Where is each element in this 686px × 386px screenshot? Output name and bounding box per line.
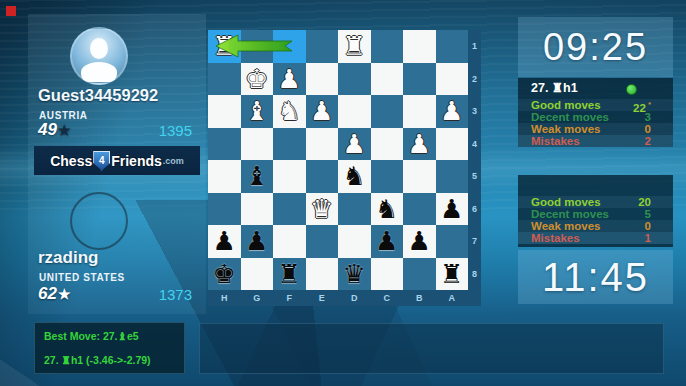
stat-value: 5 <box>617 208 651 220</box>
right-sidebar: 09:25 27. ♜h1 Good moves22*Decent moves3… <box>518 0 673 386</box>
square-e2[interactable] <box>306 63 339 96</box>
square-e1[interactable] <box>306 30 339 63</box>
square-a2[interactable] <box>436 63 469 96</box>
stat-label: Weak moves <box>518 123 617 135</box>
rank-label-5: 5 <box>468 160 481 193</box>
square-a1[interactable] <box>436 30 469 63</box>
square-f2[interactable]: ♟ <box>273 63 306 96</box>
black-Q-piece-d8: ♛ <box>338 258 371 291</box>
square-h4[interactable] <box>208 128 241 161</box>
square-c2[interactable] <box>371 63 404 96</box>
white-R-piece-h1: ♜ <box>208 30 241 63</box>
current-move-text: 27. ♜h1 <box>531 81 578 95</box>
top-player-rating: 1395 <box>120 122 192 139</box>
file-label-b: B <box>403 290 436 306</box>
black-B-piece-g5: ♝ <box>241 160 274 193</box>
top-clock: 09:25 <box>518 17 673 77</box>
square-f7[interactable] <box>273 225 306 258</box>
square-e3[interactable]: ♟ <box>306 95 339 128</box>
bottom-player-stars: 62★ <box>38 284 70 304</box>
rank-label-1: 1 <box>468 30 481 63</box>
white-R-piece-d1: ♜ <box>338 30 371 63</box>
white-P-piece-e3: ♟ <box>306 95 339 128</box>
square-d8[interactable]: ♛ <box>338 258 371 291</box>
stat-row-weak: Weak moves0 <box>518 123 673 135</box>
square-g4[interactable] <box>241 128 274 161</box>
stat-label: Good moves <box>518 99 617 111</box>
file-label-c: C <box>371 290 404 306</box>
square-g6[interactable] <box>241 193 274 226</box>
square-c8[interactable] <box>371 258 404 291</box>
square-a3[interactable]: ♟ <box>436 95 469 128</box>
square-b4[interactable]: ♟ <box>403 128 436 161</box>
avatar-top-player[interactable] <box>70 27 128 85</box>
square-a6[interactable]: ♟ <box>436 193 469 226</box>
square-h7[interactable]: ♟ <box>208 225 241 258</box>
stat-label: Decent moves <box>518 111 617 123</box>
white-P-piece-b4: ♟ <box>403 128 436 161</box>
logo-text-chess: Chess <box>50 153 92 169</box>
square-h2[interactable] <box>208 63 241 96</box>
black-N-piece-c6: ♞ <box>371 193 404 226</box>
rank-label-4: 4 <box>468 128 481 161</box>
file-label-f: F <box>273 290 306 306</box>
chess-board[interactable]: ♜♜♚♟♝♞♟♟♟♟♝♞♛♞♟♟♟♟♟♚♜♛♜ <box>208 30 468 290</box>
square-a7[interactable] <box>436 225 469 258</box>
square-g1[interactable] <box>241 30 274 63</box>
stat-label: Mistakes <box>518 135 617 147</box>
square-b5[interactable] <box>403 160 436 193</box>
bottom-player-star-count: 62 <box>38 284 57 303</box>
square-c5[interactable] <box>371 160 404 193</box>
logo-text-friends: Friends <box>111 153 162 169</box>
stat-label: Mistakes <box>518 232 617 244</box>
analysis-box: Best Move: 27.♝e5 27. ♜h1 (-3.46->-2.79) <box>34 322 185 374</box>
square-e8[interactable] <box>306 258 339 291</box>
black-P-piece-b7: ♟ <box>403 225 436 258</box>
square-g7[interactable]: ♟ <box>241 225 274 258</box>
star-icon: ★ <box>58 286 71 302</box>
stat-row-mistake: Mistakes1 <box>518 232 673 244</box>
person-silhouette-icon <box>81 62 117 82</box>
square-f8[interactable]: ♜ <box>273 258 306 291</box>
white-P-piece-f2: ♟ <box>273 63 306 96</box>
square-b8[interactable] <box>403 258 436 291</box>
top-clock-time: 09:25 <box>543 26 648 69</box>
rank-label-2: 2 <box>468 63 481 96</box>
square-g3[interactable]: ♝ <box>241 95 274 128</box>
stat-label: Weak moves <box>518 220 617 232</box>
square-f5[interactable] <box>273 160 306 193</box>
square-g2[interactable]: ♚ <box>241 63 274 96</box>
square-a4[interactable] <box>436 128 469 161</box>
stat-row-weak: Weak moves0 <box>518 220 673 232</box>
square-e7[interactable] <box>306 225 339 258</box>
chess-board-area: ♜♜♚♟♝♞♟♟♟♟♝♞♛♞♟♟♟♟♟♚♜♛♜ 12345678 HGFEDCB… <box>208 30 481 306</box>
shield-4-icon: 4 <box>93 151 110 171</box>
file-label-a: A <box>436 290 469 306</box>
square-d6[interactable] <box>338 193 371 226</box>
stat-value: 1 <box>617 232 651 244</box>
stat-value: 2 <box>617 135 651 147</box>
stat-row-decent: Decent moves5 <box>518 208 673 220</box>
black-K-piece-h8: ♚ <box>208 258 241 291</box>
bottom-player-rating: 1373 <box>120 286 192 303</box>
stat-row-mistake: Mistakes2 <box>518 135 673 147</box>
app-window: Guest34459292 AUSTRIA 49★ 1395 Chess 4 F… <box>0 0 686 386</box>
square-d2[interactable] <box>338 63 371 96</box>
square-f6[interactable] <box>273 193 306 226</box>
square-c4[interactable] <box>371 128 404 161</box>
square-d7[interactable] <box>338 225 371 258</box>
players-sidebar: Guest34459292 AUSTRIA 49★ 1395 Chess 4 F… <box>28 14 206 314</box>
square-c6[interactable]: ♞ <box>371 193 404 226</box>
square-b2[interactable] <box>403 63 436 96</box>
file-label-h: H <box>208 290 241 306</box>
square-h5[interactable] <box>208 160 241 193</box>
record-indicator <box>6 6 16 16</box>
square-g5[interactable]: ♝ <box>241 160 274 193</box>
top-player-stars: 49★ <box>38 120 70 140</box>
file-label-e: E <box>306 290 339 306</box>
black-R-piece-a8: ♜ <box>436 258 469 291</box>
move-stats-panel-top: 27. ♜h1 Good moves22*Decent moves3Weak m… <box>518 78 673 147</box>
stat-row-good: Good moves22* <box>518 99 673 111</box>
square-h3[interactable] <box>208 95 241 128</box>
square-c3[interactable] <box>371 95 404 128</box>
file-label-d: D <box>338 290 371 306</box>
file-labels: HGFEDCBA <box>208 290 481 306</box>
stat-label: Good moves <box>518 196 617 208</box>
rank-label-6: 6 <box>468 193 481 226</box>
bottom-player-name: rzading <box>38 248 98 268</box>
square-c1[interactable] <box>371 30 404 63</box>
black-P-piece-c7: ♟ <box>371 225 404 258</box>
square-a8[interactable]: ♜ <box>436 258 469 291</box>
person-silhouette-icon <box>90 38 108 59</box>
move-stats-panel-bottom: Good moves20Decent moves5Weak moves0Mist… <box>518 175 673 247</box>
square-c7[interactable]: ♟ <box>371 225 404 258</box>
square-f3[interactable]: ♞ <box>273 95 306 128</box>
square-d5[interactable]: ♞ <box>338 160 371 193</box>
black-P-piece-g7: ♟ <box>241 225 274 258</box>
bottom-clock: 11:45 <box>518 250 673 304</box>
square-b3[interactable] <box>403 95 436 128</box>
white-Q-piece-e6: ♛ <box>306 193 339 226</box>
stat-row-decent: Decent moves3 <box>518 111 673 123</box>
stat-row-good: Good moves20 <box>518 196 673 208</box>
stat-value: 0 <box>617 123 651 135</box>
stat-note: * <box>648 100 651 109</box>
square-a5[interactable] <box>436 160 469 193</box>
square-d4[interactable]: ♟ <box>338 128 371 161</box>
black-P-piece-a6: ♟ <box>436 193 469 226</box>
file-label-g: G <box>241 290 274 306</box>
current-move-header: 27. ♜h1 <box>518 78 673 99</box>
square-h1[interactable]: ♜ <box>208 30 241 63</box>
green-status-dot-icon <box>626 84 637 95</box>
top-player-name: Guest34459292 <box>38 86 158 105</box>
stat-value: 22* <box>617 99 651 111</box>
black-N-piece-d5: ♞ <box>338 160 371 193</box>
logo-text-com: .com <box>163 156 184 166</box>
bottom-clock-time: 11:45 <box>542 255 649 300</box>
bottom-player-country: UNITED STATES <box>39 272 125 283</box>
square-b6[interactable] <box>403 193 436 226</box>
square-b1[interactable] <box>403 30 436 63</box>
best-move-text: Best Move: 27.♝e5 <box>44 330 139 342</box>
square-h8[interactable]: ♚ <box>208 258 241 291</box>
black-P-piece-h7: ♟ <box>208 225 241 258</box>
white-P-piece-d4: ♟ <box>338 128 371 161</box>
avatar-bottom-player[interactable] <box>70 192 128 250</box>
square-h6[interactable] <box>208 193 241 226</box>
stat-label: Decent moves <box>518 208 617 220</box>
rank-label-3: 3 <box>468 95 481 128</box>
rank-labels: 12345678 <box>468 30 481 290</box>
white-K-piece-g2: ♚ <box>241 63 274 96</box>
star-icon: ★ <box>58 122 71 138</box>
square-e4[interactable] <box>306 128 339 161</box>
stat-value: 3 <box>617 111 651 123</box>
square-d3[interactable] <box>338 95 371 128</box>
square-g8[interactable] <box>241 258 274 291</box>
square-b7[interactable]: ♟ <box>403 225 436 258</box>
rank-label-7: 7 <box>468 225 481 258</box>
stat-value: 0 <box>617 220 651 232</box>
stat-value: 20 <box>617 196 651 208</box>
square-f4[interactable] <box>273 128 306 161</box>
black-R-piece-f8: ♜ <box>273 258 306 291</box>
stats-spacer <box>518 175 673 196</box>
square-e6[interactable]: ♛ <box>306 193 339 226</box>
played-move-eval-text: 27. ♜h1 (-3.46->-2.79) <box>44 354 151 366</box>
white-B-piece-g3: ♝ <box>241 95 274 128</box>
top-player-star-count: 49 <box>38 120 57 139</box>
square-d1[interactable]: ♜ <box>338 30 371 63</box>
square-e5[interactable] <box>306 160 339 193</box>
square-f1[interactable] <box>273 30 306 63</box>
chess4friends-logo: Chess 4 Friends .com <box>34 146 200 175</box>
rank-label-8: 8 <box>468 258 481 291</box>
white-P-piece-a3: ♟ <box>436 95 469 128</box>
white-N-piece-f3: ♞ <box>273 95 306 128</box>
